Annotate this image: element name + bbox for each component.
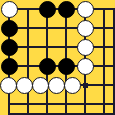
white-stone bbox=[77, 58, 94, 75]
black-stone bbox=[58, 58, 75, 75]
white-stone bbox=[77, 39, 94, 56]
black-stone bbox=[58, 1, 75, 18]
horizontal-grid-line bbox=[8, 27, 115, 29]
white-stone bbox=[77, 1, 94, 18]
white-stone bbox=[16, 77, 33, 94]
white-stone bbox=[1, 1, 18, 18]
white-stone bbox=[64, 77, 81, 94]
vertical-grid-line bbox=[27, 8, 29, 115]
horizontal-grid-line bbox=[8, 103, 115, 105]
black-stone bbox=[1, 58, 18, 75]
black-stone bbox=[1, 20, 18, 37]
horizontal-grid-line bbox=[8, 46, 115, 48]
white-stone bbox=[77, 20, 94, 37]
white-stone bbox=[48, 77, 65, 94]
white-stone bbox=[32, 77, 49, 94]
black-stone bbox=[39, 58, 56, 75]
go-board[interactable] bbox=[0, 0, 115, 115]
vertical-grid-line bbox=[103, 8, 105, 115]
horizontal-grid-line bbox=[8, 113, 115, 115]
black-stone bbox=[1, 39, 18, 56]
vertical-grid-line bbox=[113, 8, 115, 115]
star-point bbox=[83, 83, 88, 88]
white-stone bbox=[0, 77, 17, 94]
black-stone bbox=[39, 1, 56, 18]
